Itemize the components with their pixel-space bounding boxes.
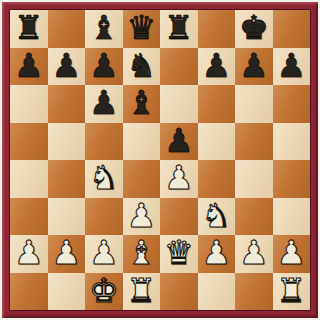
piece-black-pawn-a7[interactable]: ♟ xyxy=(14,49,44,82)
square-a3[interactable] xyxy=(10,198,48,236)
square-h3[interactable] xyxy=(273,198,311,236)
square-f5[interactable] xyxy=(198,123,236,161)
piece-black-pawn-h7[interactable]: ♟ xyxy=(276,49,306,82)
square-f6[interactable] xyxy=(198,85,236,123)
piece-white-pawn-f2[interactable]: ♟ xyxy=(201,236,231,269)
square-a1[interactable] xyxy=(10,273,48,311)
square-c6[interactable]: ♟ xyxy=(85,85,123,123)
square-c3[interactable] xyxy=(85,198,123,236)
square-d8[interactable]: ♛ xyxy=(123,10,161,48)
square-c4[interactable]: ♞ xyxy=(85,160,123,198)
square-e7[interactable] xyxy=(160,48,198,86)
square-d1[interactable]: ♜ xyxy=(123,273,161,311)
square-b7[interactable]: ♟ xyxy=(48,48,86,86)
page-background: ♜♝♛♜♚♟♟♟♞♟♟♟♟♝♟♞♟♟♞♟♟♟♝♛♟♟♟♚♜♜ xyxy=(0,0,320,320)
piece-white-knight-f3[interactable]: ♞ xyxy=(201,199,231,232)
square-g6[interactable] xyxy=(235,85,273,123)
square-d6[interactable]: ♝ xyxy=(123,85,161,123)
square-e8[interactable]: ♜ xyxy=(160,10,198,48)
square-e6[interactable] xyxy=(160,85,198,123)
piece-black-bishop-d6[interactable]: ♝ xyxy=(126,86,156,119)
square-h5[interactable] xyxy=(273,123,311,161)
piece-black-knight-d7[interactable]: ♞ xyxy=(126,49,156,82)
piece-black-pawn-g7[interactable]: ♟ xyxy=(239,49,269,82)
square-a2[interactable]: ♟ xyxy=(10,235,48,273)
square-h8[interactable] xyxy=(273,10,311,48)
square-f7[interactable]: ♟ xyxy=(198,48,236,86)
square-a8[interactable]: ♜ xyxy=(10,10,48,48)
square-e3[interactable] xyxy=(160,198,198,236)
square-g2[interactable]: ♟ xyxy=(235,235,273,273)
square-f4[interactable] xyxy=(198,160,236,198)
piece-white-pawn-d3[interactable]: ♟ xyxy=(126,199,156,232)
square-b5[interactable] xyxy=(48,123,86,161)
square-d7[interactable]: ♞ xyxy=(123,48,161,86)
square-b6[interactable] xyxy=(48,85,86,123)
piece-black-pawn-c7[interactable]: ♟ xyxy=(89,49,119,82)
square-g4[interactable] xyxy=(235,160,273,198)
square-h2[interactable]: ♟ xyxy=(273,235,311,273)
square-d4[interactable] xyxy=(123,160,161,198)
piece-white-rook-h1[interactable]: ♜ xyxy=(276,274,306,307)
square-c1[interactable]: ♚ xyxy=(85,273,123,311)
square-g1[interactable] xyxy=(235,273,273,311)
piece-white-queen-e2[interactable]: ♛ xyxy=(164,236,194,269)
chess-board: ♜♝♛♜♚♟♟♟♞♟♟♟♟♝♟♞♟♟♞♟♟♟♝♛♟♟♟♚♜♜ xyxy=(10,10,310,310)
square-h7[interactable]: ♟ xyxy=(273,48,311,86)
square-h1[interactable]: ♜ xyxy=(273,273,311,311)
square-h6[interactable] xyxy=(273,85,311,123)
piece-black-queen-d8[interactable]: ♛ xyxy=(126,11,156,44)
square-f2[interactable]: ♟ xyxy=(198,235,236,273)
square-b3[interactable] xyxy=(48,198,86,236)
piece-white-pawn-c2[interactable]: ♟ xyxy=(89,236,119,269)
square-e4[interactable]: ♟ xyxy=(160,160,198,198)
square-g5[interactable] xyxy=(235,123,273,161)
piece-white-knight-c4[interactable]: ♞ xyxy=(89,161,119,194)
square-f3[interactable]: ♞ xyxy=(198,198,236,236)
square-a5[interactable] xyxy=(10,123,48,161)
square-d5[interactable] xyxy=(123,123,161,161)
piece-white-pawn-e4[interactable]: ♟ xyxy=(164,161,194,194)
board-frame: ♜♝♛♜♚♟♟♟♞♟♟♟♟♝♟♞♟♟♞♟♟♟♝♛♟♟♟♚♜♜ xyxy=(2,2,318,318)
square-c5[interactable] xyxy=(85,123,123,161)
square-a6[interactable] xyxy=(10,85,48,123)
piece-black-pawn-e5[interactable]: ♟ xyxy=(164,124,194,157)
square-c7[interactable]: ♟ xyxy=(85,48,123,86)
square-f1[interactable] xyxy=(198,273,236,311)
square-b1[interactable] xyxy=(48,273,86,311)
piece-black-bishop-c8[interactable]: ♝ xyxy=(89,11,119,44)
piece-black-pawn-c6[interactable]: ♟ xyxy=(89,86,119,119)
piece-black-pawn-f7[interactable]: ♟ xyxy=(201,49,231,82)
square-b2[interactable]: ♟ xyxy=(48,235,86,273)
piece-black-pawn-b7[interactable]: ♟ xyxy=(51,49,81,82)
piece-white-pawn-g2[interactable]: ♟ xyxy=(239,236,269,269)
square-h4[interactable] xyxy=(273,160,311,198)
square-a4[interactable] xyxy=(10,160,48,198)
square-e5[interactable]: ♟ xyxy=(160,123,198,161)
piece-black-rook-e8[interactable]: ♜ xyxy=(164,11,194,44)
piece-white-pawn-b2[interactable]: ♟ xyxy=(51,236,81,269)
square-e2[interactable]: ♛ xyxy=(160,235,198,273)
square-f8[interactable] xyxy=(198,10,236,48)
piece-white-pawn-a2[interactable]: ♟ xyxy=(14,236,44,269)
piece-white-pawn-h2[interactable]: ♟ xyxy=(276,236,306,269)
square-e1[interactable] xyxy=(160,273,198,311)
piece-black-king-g8[interactable]: ♚ xyxy=(239,11,269,44)
piece-white-bishop-d2[interactable]: ♝ xyxy=(126,236,156,269)
square-g8[interactable]: ♚ xyxy=(235,10,273,48)
piece-white-rook-d1[interactable]: ♜ xyxy=(126,274,156,307)
square-d2[interactable]: ♝ xyxy=(123,235,161,273)
square-g7[interactable]: ♟ xyxy=(235,48,273,86)
square-c8[interactable]: ♝ xyxy=(85,10,123,48)
piece-black-rook-a8[interactable]: ♜ xyxy=(14,11,44,44)
square-b4[interactable] xyxy=(48,160,86,198)
square-g3[interactable] xyxy=(235,198,273,236)
square-c2[interactable]: ♟ xyxy=(85,235,123,273)
square-d3[interactable]: ♟ xyxy=(123,198,161,236)
piece-white-king-c1[interactable]: ♚ xyxy=(89,274,119,307)
square-a7[interactable]: ♟ xyxy=(10,48,48,86)
square-b8[interactable] xyxy=(48,10,86,48)
